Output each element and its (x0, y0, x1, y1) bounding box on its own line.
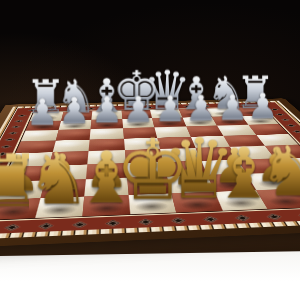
square-h2[interactable]: ♟ (26, 121, 61, 131)
square-g2[interactable]: ♟ (58, 120, 91, 130)
inlay-diamond-icon: ◈ (296, 211, 300, 219)
board-grid: ♜♞♝♚♛♝♞♜♟♟♟♟♟♟♟♟♟♟♟♟♟♟♟♟♜♞♝♚♛♝♞♜ (0, 107, 300, 221)
inlay-diamond-icon: ◈ (265, 212, 283, 220)
mosaic-stripe-band: ◈◈◈◈◈◈◈◈◈◈◈◈◈ ◈◈◈◈◈◈◈◈◈◈◈◈◈ ◈◈◈◈◈◈◈◈◈◈◈◈… (0, 101, 300, 241)
inlay-diamond-icon: ◈ (8, 131, 19, 135)
diamond-inlay-border: ◈◈◈◈◈◈◈◈◈◈◈◈◈ ◈◈◈◈◈◈◈◈◈◈◈◈◈ ◈◈◈◈◈◈◈◈◈◈◈◈… (0, 102, 300, 235)
inlay-diamond-icon: ◈ (234, 213, 251, 221)
inlay-diamond-icon: ◈ (4, 222, 21, 231)
inlay-diamond-icon: ◈ (202, 214, 218, 223)
inlay-diamond-icon: ◈ (14, 119, 24, 123)
silver-pawn[interactable]: ♟ (216, 90, 248, 125)
inlay-diamond-icon: ◈ (72, 220, 87, 229)
inlay-diamond-icon: ◈ (38, 221, 54, 230)
inlay-diamond-icon: ◈ (279, 118, 291, 121)
square-h8[interactable]: ♜ (0, 198, 40, 220)
silver-pawn[interactable]: ♟ (58, 93, 90, 129)
gold-rook[interactable]: ♜ (0, 146, 43, 218)
inlay-diamond-icon: ◈ (285, 123, 297, 127)
board-pinstripe-frame: ♜♞♝♚♛♝♞♜♟♟♟♟♟♟♟♟♟♟♟♟♟♟♟♟♜♞♝♚♛♝♞♜ (0, 106, 300, 221)
inlay-diamond-icon: ◈ (106, 218, 120, 227)
white-backdrop (0, 248, 300, 300)
inlay-diamond-icon: ◈ (11, 125, 22, 129)
silver-pawn[interactable]: ♟ (247, 89, 278, 124)
inlay-diamond-icon: ◈ (171, 216, 186, 225)
chess-set-photo: ◈◈◈◈◈◈◈◈◈◈◈◈◈ ◈◈◈◈◈◈◈◈◈◈◈◈◈ ◈◈◈◈◈◈◈◈◈◈◈◈… (0, 0, 300, 300)
silver-pawn[interactable]: ♟ (26, 94, 58, 130)
chess-board: ◈◈◈◈◈◈◈◈◈◈◈◈◈ ◈◈◈◈◈◈◈◈◈◈◈◈◈ ◈◈◈◈◈◈◈◈◈◈◈◈… (0, 98, 300, 249)
inlay-diamond-icon: ◈ (138, 217, 153, 226)
